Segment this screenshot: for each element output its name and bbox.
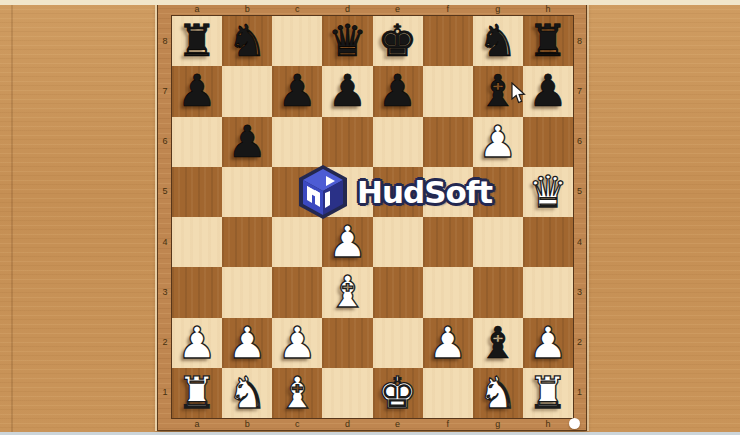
square-b2[interactable]: ♟ <box>222 318 272 368</box>
square-g4[interactable] <box>473 217 523 267</box>
piece-white-pawn[interactable]: ♟ <box>172 318 222 368</box>
table-edge-highlight <box>0 0 740 5</box>
square-a6[interactable] <box>172 117 222 167</box>
bottom-file-label-c: c <box>272 418 322 430</box>
square-g5[interactable] <box>473 167 523 217</box>
piece-white-pawn[interactable]: ♟ <box>523 318 573 368</box>
square-b3[interactable] <box>222 267 272 317</box>
piece-black-pawn[interactable]: ♟ <box>172 66 222 116</box>
square-b8[interactable]: ♞ <box>222 16 272 66</box>
left-rank-label-7: 7 <box>158 66 172 116</box>
left-rank-label-8: 8 <box>158 16 172 66</box>
piece-black-pawn[interactable]: ♟ <box>322 66 372 116</box>
piece-black-pawn[interactable]: ♟ <box>222 117 272 167</box>
piece-black-knight[interactable]: ♞ <box>473 16 523 66</box>
square-a7[interactable]: ♟ <box>172 66 222 116</box>
bottom-file-label-a: a <box>172 418 222 430</box>
right-rank-label-1: 1 <box>573 368 586 418</box>
square-a8[interactable]: ♜ <box>172 16 222 66</box>
square-c7[interactable]: ♟ <box>272 66 322 116</box>
square-h3[interactable] <box>523 267 573 317</box>
bottom-file-label-f: f <box>423 418 473 430</box>
left-rank-label-5: 5 <box>158 167 172 217</box>
square-d3[interactable]: ♝ <box>322 267 372 317</box>
piece-black-pawn[interactable]: ♟ <box>373 66 423 116</box>
square-b1[interactable]: ♞ <box>222 368 272 418</box>
square-a4[interactable] <box>172 217 222 267</box>
square-h8[interactable]: ♜ <box>523 16 573 66</box>
square-g8[interactable]: ♞ <box>473 16 523 66</box>
square-g6[interactable]: ♟ <box>473 117 523 167</box>
square-e6[interactable] <box>373 117 423 167</box>
square-f1[interactable] <box>423 368 473 418</box>
square-b6[interactable]: ♟ <box>222 117 272 167</box>
right-rank-label-4: 4 <box>573 217 586 267</box>
square-e1[interactable]: ♚ <box>373 368 423 418</box>
square-d4[interactable]: ♟ <box>322 217 372 267</box>
square-d5[interactable] <box>322 167 372 217</box>
square-c1[interactable]: ♝ <box>272 368 322 418</box>
piece-white-knight[interactable]: ♞ <box>473 368 523 418</box>
piece-white-bishop[interactable]: ♝ <box>272 368 322 418</box>
piece-white-knight[interactable]: ♞ <box>222 368 272 418</box>
left-rank-label-1: 1 <box>158 368 172 418</box>
board-corner-dot[interactable] <box>569 418 580 429</box>
square-a2[interactable]: ♟ <box>172 318 222 368</box>
square-d8[interactable]: ♛ <box>322 16 372 66</box>
right-rank-label-7: 7 <box>573 66 586 116</box>
square-c8[interactable] <box>272 16 322 66</box>
frame-corner <box>158 418 172 430</box>
square-e2[interactable] <box>373 318 423 368</box>
square-e7[interactable]: ♟ <box>373 66 423 116</box>
right-rank-label-3: 3 <box>573 267 586 317</box>
square-h7[interactable]: ♟ <box>523 66 573 116</box>
piece-white-pawn[interactable]: ♟ <box>473 117 523 167</box>
piece-white-king[interactable]: ♚ <box>373 368 423 418</box>
square-d7[interactable]: ♟ <box>322 66 372 116</box>
left-rank-label-3: 3 <box>158 267 172 317</box>
square-h6[interactable] <box>523 117 573 167</box>
square-f5[interactable] <box>423 167 473 217</box>
piece-white-pawn[interactable]: ♟ <box>423 318 473 368</box>
square-d1[interactable] <box>322 368 372 418</box>
square-a5[interactable] <box>172 167 222 217</box>
square-f2[interactable]: ♟ <box>423 318 473 368</box>
piece-black-pawn[interactable]: ♟ <box>272 66 322 116</box>
piece-white-pawn[interactable]: ♟ <box>222 318 272 368</box>
square-f6[interactable] <box>423 117 473 167</box>
square-c4[interactable] <box>272 217 322 267</box>
square-g1[interactable]: ♞ <box>473 368 523 418</box>
board-frame: abcdefgh8♜♞♛♚♞♜87♟♟♟♟♝♟76♟♟65♛54♟43♝32♟♟… <box>157 2 587 431</box>
bottom-file-label-b: b <box>222 418 272 430</box>
square-f4[interactable] <box>423 217 473 267</box>
square-e3[interactable] <box>373 267 423 317</box>
piece-white-pawn[interactable]: ♟ <box>272 318 322 368</box>
right-rank-label-2: 2 <box>573 318 586 368</box>
right-rank-label-8: 8 <box>573 16 586 66</box>
square-f7[interactable] <box>423 66 473 116</box>
piece-black-rook[interactable]: ♜ <box>523 16 573 66</box>
piece-black-queen[interactable]: ♛ <box>322 16 372 66</box>
square-h4[interactable] <box>523 217 573 267</box>
piece-black-pawn[interactable]: ♟ <box>523 66 573 116</box>
left-rank-label-4: 4 <box>158 217 172 267</box>
piece-black-king[interactable]: ♚ <box>373 16 423 66</box>
square-b5[interactable] <box>222 167 272 217</box>
piece-white-rook[interactable]: ♜ <box>172 368 222 418</box>
piece-white-bishop[interactable]: ♝ <box>322 267 372 317</box>
left-rank-label-2: 2 <box>158 318 172 368</box>
square-c6[interactable] <box>272 117 322 167</box>
square-a1[interactable]: ♜ <box>172 368 222 418</box>
piece-black-knight[interactable]: ♞ <box>222 16 272 66</box>
square-c2[interactable]: ♟ <box>272 318 322 368</box>
bottom-file-label-h: h <box>523 418 573 430</box>
bottom-file-label-d: d <box>322 418 372 430</box>
piece-black-bishop[interactable]: ♝ <box>473 318 523 368</box>
square-b4[interactable] <box>222 217 272 267</box>
piece-white-queen[interactable]: ♛ <box>523 167 573 217</box>
square-g2[interactable]: ♝ <box>473 318 523 368</box>
square-a3[interactable] <box>172 267 222 317</box>
bottom-file-label-e: e <box>373 418 423 430</box>
square-h2[interactable]: ♟ <box>523 318 573 368</box>
square-f8[interactable] <box>423 16 473 66</box>
square-f3[interactable] <box>423 267 473 317</box>
square-d2[interactable] <box>322 318 372 368</box>
right-rank-label-5: 5 <box>573 167 586 217</box>
wood-plank-seam <box>11 0 13 435</box>
mouse-cursor <box>511 82 526 104</box>
square-b7[interactable] <box>222 66 272 116</box>
piece-white-rook[interactable]: ♜ <box>523 368 573 418</box>
square-e4[interactable] <box>373 217 423 267</box>
square-c5[interactable] <box>272 167 322 217</box>
piece-white-pawn[interactable]: ♟ <box>322 217 372 267</box>
right-rank-label-6: 6 <box>573 117 586 167</box>
bottom-file-label-g: g <box>473 418 523 430</box>
square-d6[interactable] <box>322 117 372 167</box>
square-c3[interactable] <box>272 267 322 317</box>
square-h1[interactable]: ♜ <box>523 368 573 418</box>
left-rank-label-6: 6 <box>158 117 172 167</box>
square-e8[interactable]: ♚ <box>373 16 423 66</box>
square-e5[interactable] <box>373 167 423 217</box>
square-g3[interactable] <box>473 267 523 317</box>
piece-black-rook[interactable]: ♜ <box>172 16 222 66</box>
square-h5[interactable]: ♛ <box>523 167 573 217</box>
